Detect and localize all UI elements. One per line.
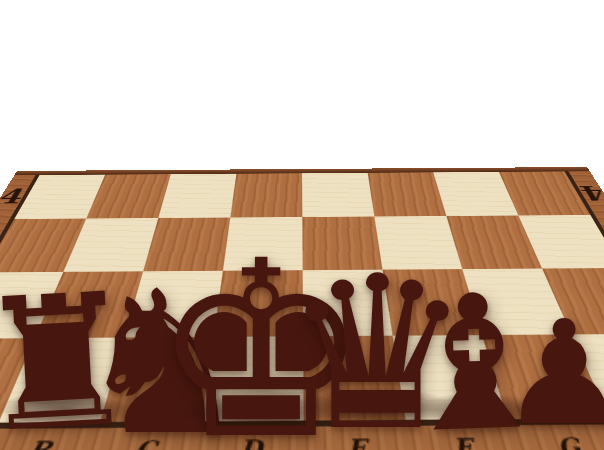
chess-product-photo: 4321 4321 ABCDEFGH ♜♞♚♛♝♟ (0, 0, 604, 450)
pieces-layer: ♜♞♚♛♝♟ (0, 0, 604, 450)
pawn-glyph: ♟ (499, 301, 604, 445)
